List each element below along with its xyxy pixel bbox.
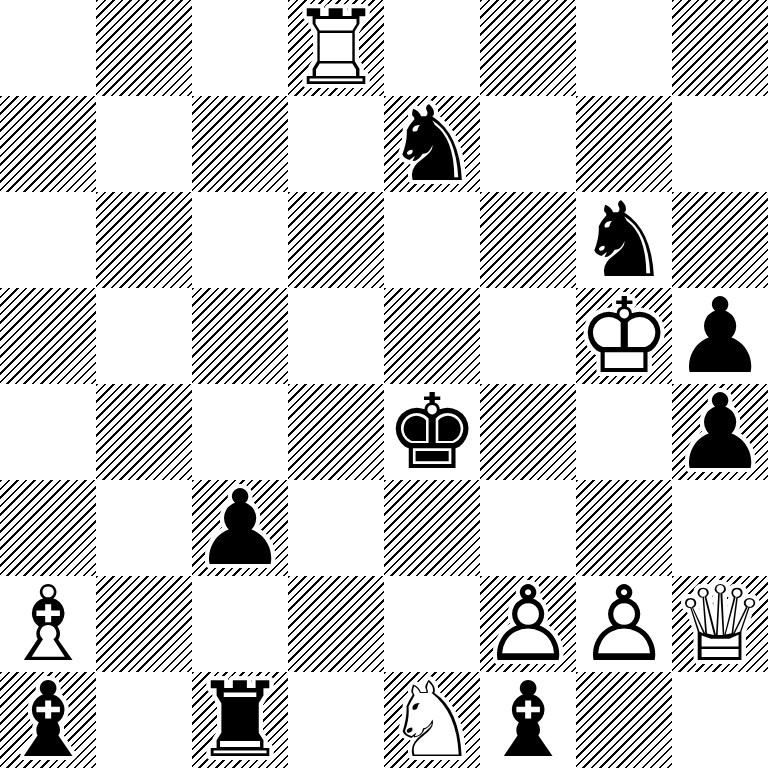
square-e2[interactable] <box>384 576 480 672</box>
white-rook-icon: ♖ <box>288 0 384 96</box>
square-g1[interactable] <box>576 672 672 768</box>
square-f2[interactable]: ♟♙ <box>480 576 576 672</box>
piece-white-bishop[interactable]: ♝♗ <box>0 576 96 672</box>
piece-white-king[interactable]: ♚♔ <box>576 288 672 384</box>
square-d1[interactable] <box>288 672 384 768</box>
white-bishop-icon: ♗ <box>0 576 96 672</box>
square-d6[interactable] <box>288 192 384 288</box>
square-d4[interactable] <box>288 384 384 480</box>
square-d8[interactable]: ♜♖ <box>288 0 384 96</box>
square-g8[interactable] <box>576 0 672 96</box>
piece-white-knight[interactable]: ♞♘ <box>384 672 480 768</box>
square-a6[interactable] <box>0 192 96 288</box>
square-f5[interactable] <box>480 288 576 384</box>
square-b2[interactable] <box>96 576 192 672</box>
square-g3[interactable] <box>576 480 672 576</box>
black-king-icon: ♚ <box>384 384 480 480</box>
square-a8[interactable] <box>0 0 96 96</box>
square-a7[interactable] <box>0 96 96 192</box>
square-c6[interactable] <box>192 192 288 288</box>
square-f6[interactable] <box>480 192 576 288</box>
square-c5[interactable] <box>192 288 288 384</box>
piece-black-bishop[interactable]: ♝ <box>0 672 96 768</box>
square-a4[interactable] <box>0 384 96 480</box>
square-f8[interactable] <box>480 0 576 96</box>
square-g2[interactable]: ♟♙ <box>576 576 672 672</box>
black-rook-icon: ♜ <box>192 672 288 768</box>
black-knight-icon: ♞ <box>384 96 480 192</box>
square-c7[interactable] <box>192 96 288 192</box>
piece-white-pawn[interactable]: ♟♙ <box>480 576 576 672</box>
square-e3[interactable] <box>384 480 480 576</box>
black-pawn-icon: ♟ <box>672 288 768 384</box>
piece-black-knight[interactable]: ♞ <box>576 192 672 288</box>
square-h6[interactable] <box>672 192 768 288</box>
chess-board: ♜♖♞♞♚♔♟♚♟♟♝♗♟♙♟♙♛♕♝♜♞♘♝ <box>0 0 768 768</box>
square-b4[interactable] <box>96 384 192 480</box>
square-f7[interactable] <box>480 96 576 192</box>
square-h2[interactable]: ♛♕ <box>672 576 768 672</box>
white-knight-icon: ♘ <box>384 672 480 768</box>
black-pawn-icon: ♟ <box>672 384 768 480</box>
square-b6[interactable] <box>96 192 192 288</box>
square-a2[interactable]: ♝♗ <box>0 576 96 672</box>
square-e1[interactable]: ♞♘ <box>384 672 480 768</box>
square-c8[interactable] <box>192 0 288 96</box>
square-h7[interactable] <box>672 96 768 192</box>
black-knight-icon: ♞ <box>576 192 672 288</box>
piece-black-bishop[interactable]: ♝ <box>480 672 576 768</box>
square-f3[interactable] <box>480 480 576 576</box>
piece-white-queen[interactable]: ♛♕ <box>672 576 768 672</box>
white-queen-icon: ♕ <box>672 576 768 672</box>
square-e7[interactable]: ♞ <box>384 96 480 192</box>
square-e5[interactable] <box>384 288 480 384</box>
white-king-icon: ♔ <box>576 288 672 384</box>
square-d5[interactable] <box>288 288 384 384</box>
piece-black-pawn[interactable]: ♟ <box>672 288 768 384</box>
square-f1[interactable]: ♝ <box>480 672 576 768</box>
square-a5[interactable] <box>0 288 96 384</box>
white-pawn-icon: ♙ <box>576 576 672 672</box>
square-b3[interactable] <box>96 480 192 576</box>
square-e6[interactable] <box>384 192 480 288</box>
square-b7[interactable] <box>96 96 192 192</box>
black-pawn-icon: ♟ <box>192 480 288 576</box>
piece-white-rook[interactable]: ♜♖ <box>288 0 384 96</box>
square-g7[interactable] <box>576 96 672 192</box>
square-h3[interactable] <box>672 480 768 576</box>
square-d3[interactable] <box>288 480 384 576</box>
square-g4[interactable] <box>576 384 672 480</box>
piece-black-knight[interactable]: ♞ <box>384 96 480 192</box>
square-b5[interactable] <box>96 288 192 384</box>
black-bishop-icon: ♝ <box>480 672 576 768</box>
square-h4[interactable]: ♟ <box>672 384 768 480</box>
square-d7[interactable] <box>288 96 384 192</box>
square-f4[interactable] <box>480 384 576 480</box>
square-e8[interactable] <box>384 0 480 96</box>
black-bishop-icon: ♝ <box>0 672 96 768</box>
square-c1[interactable]: ♜ <box>192 672 288 768</box>
square-h1[interactable] <box>672 672 768 768</box>
piece-white-pawn[interactable]: ♟♙ <box>576 576 672 672</box>
square-b1[interactable] <box>96 672 192 768</box>
square-e4[interactable]: ♚ <box>384 384 480 480</box>
square-c3[interactable]: ♟ <box>192 480 288 576</box>
white-pawn-icon: ♙ <box>480 576 576 672</box>
square-h5[interactable]: ♟ <box>672 288 768 384</box>
square-b8[interactable] <box>96 0 192 96</box>
piece-black-pawn[interactable]: ♟ <box>192 480 288 576</box>
square-g5[interactable]: ♚♔ <box>576 288 672 384</box>
piece-black-rook[interactable]: ♜ <box>192 672 288 768</box>
square-a1[interactable]: ♝ <box>0 672 96 768</box>
piece-black-pawn[interactable]: ♟ <box>672 384 768 480</box>
square-h8[interactable] <box>672 0 768 96</box>
square-g6[interactable]: ♞ <box>576 192 672 288</box>
square-a3[interactable] <box>0 480 96 576</box>
square-d2[interactable] <box>288 576 384 672</box>
square-c4[interactable] <box>192 384 288 480</box>
piece-black-king[interactable]: ♚ <box>384 384 480 480</box>
square-c2[interactable] <box>192 576 288 672</box>
